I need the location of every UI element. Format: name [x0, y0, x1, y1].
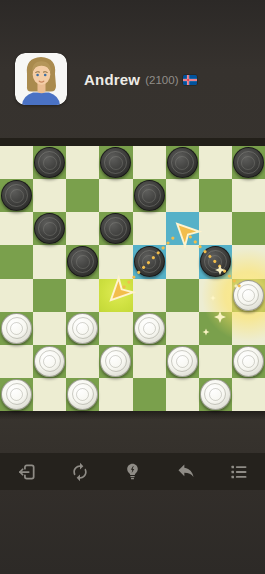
square-2-5[interactable]	[166, 212, 199, 245]
square-4-0[interactable]	[0, 279, 33, 312]
square-2-7[interactable]	[232, 212, 265, 245]
player-avatar	[15, 53, 67, 105]
square-5-4[interactable]	[133, 312, 166, 345]
white-piece[interactable]	[34, 346, 65, 377]
white-piece[interactable]	[200, 379, 231, 410]
square-6-7[interactable]	[232, 345, 265, 378]
board	[0, 146, 265, 411]
black-piece[interactable]	[67, 246, 98, 277]
square-1-5[interactable]	[166, 179, 199, 212]
white-piece[interactable]	[233, 280, 264, 311]
player-rating: (2100)	[145, 74, 178, 86]
square-5-3[interactable]	[99, 312, 132, 345]
square-5-0[interactable]	[0, 312, 33, 345]
square-0-3[interactable]	[99, 146, 132, 179]
board-bottom-edge	[0, 411, 265, 420]
undo-arrow-icon	[176, 462, 196, 482]
white-piece[interactable]	[100, 346, 131, 377]
board-top-edge	[0, 138, 265, 146]
square-5-7[interactable]	[232, 312, 265, 345]
player-info: Andrew (2100)	[0, 53, 265, 106]
square-0-7[interactable]	[232, 146, 265, 179]
square-3-2[interactable]	[66, 245, 99, 278]
black-piece[interactable]	[134, 246, 165, 277]
square-0-6[interactable]	[199, 146, 232, 179]
white-piece[interactable]	[67, 379, 98, 410]
exit-button[interactable]	[0, 453, 53, 490]
undo-button[interactable]	[159, 453, 212, 490]
player-name-row: Andrew (2100)	[84, 53, 197, 105]
square-1-4[interactable]	[133, 179, 166, 212]
square-6-1[interactable]	[33, 345, 66, 378]
square-0-4[interactable]	[133, 146, 166, 179]
square-5-5[interactable]	[166, 312, 199, 345]
square-6-3[interactable]	[99, 345, 132, 378]
logout-icon	[17, 462, 37, 482]
square-5-2[interactable]	[66, 312, 99, 345]
square-0-1[interactable]	[33, 146, 66, 179]
iceland-flag-icon	[183, 75, 197, 85]
list-icon	[229, 462, 249, 482]
square-7-7[interactable]	[232, 378, 265, 411]
square-5-1[interactable]	[33, 312, 66, 345]
square-0-0[interactable]	[0, 146, 33, 179]
square-0-2[interactable]	[66, 146, 99, 179]
white-piece[interactable]	[134, 313, 165, 344]
square-4-5[interactable]	[166, 279, 199, 312]
square-3-0[interactable]	[0, 245, 33, 278]
square-4-3[interactable]	[99, 279, 132, 312]
square-2-2[interactable]	[66, 212, 99, 245]
square-6-5[interactable]	[166, 345, 199, 378]
avatar-illustration	[15, 53, 67, 105]
square-2-4[interactable]	[133, 212, 166, 245]
square-6-6[interactable]	[199, 345, 232, 378]
square-7-1[interactable]	[33, 378, 66, 411]
square-0-5[interactable]	[166, 146, 199, 179]
square-4-2[interactable]	[66, 279, 99, 312]
square-6-4[interactable]	[133, 345, 166, 378]
square-7-5[interactable]	[166, 378, 199, 411]
square-4-6[interactable]	[199, 279, 232, 312]
square-4-7[interactable]	[232, 279, 265, 312]
black-piece[interactable]	[1, 180, 32, 211]
square-2-1[interactable]	[33, 212, 66, 245]
app-screen: Andrew (2100)	[0, 0, 265, 574]
sync-icon	[70, 462, 90, 482]
black-piece[interactable]	[134, 180, 165, 211]
lightbulb-icon	[123, 462, 142, 481]
black-piece[interactable]	[167, 147, 198, 178]
white-piece[interactable]	[67, 313, 98, 344]
square-2-3[interactable]	[99, 212, 132, 245]
black-piece[interactable]	[34, 147, 65, 178]
square-3-7[interactable]	[232, 245, 265, 278]
square-3-1[interactable]	[33, 245, 66, 278]
square-4-1[interactable]	[33, 279, 66, 312]
white-piece[interactable]	[233, 346, 264, 377]
square-1-7[interactable]	[232, 179, 265, 212]
square-2-0[interactable]	[0, 212, 33, 245]
toolbar	[0, 453, 265, 490]
square-7-3[interactable]	[99, 378, 132, 411]
square-7-4[interactable]	[133, 378, 166, 411]
square-1-1[interactable]	[33, 179, 66, 212]
square-1-6[interactable]	[199, 179, 232, 212]
square-7-6[interactable]	[199, 378, 232, 411]
square-3-3[interactable]	[99, 245, 132, 278]
square-3-5[interactable]	[166, 245, 199, 278]
flip-board-button[interactable]	[53, 453, 106, 490]
menu-button[interactable]	[212, 453, 265, 490]
white-piece[interactable]	[1, 379, 32, 410]
hint-button[interactable]	[106, 453, 159, 490]
square-3-4[interactable]	[133, 245, 166, 278]
square-7-2[interactable]	[66, 378, 99, 411]
white-piece[interactable]	[167, 346, 198, 377]
square-6-0[interactable]	[0, 345, 33, 378]
square-5-6[interactable]	[199, 312, 232, 345]
square-6-2[interactable]	[66, 345, 99, 378]
square-1-3[interactable]	[99, 179, 132, 212]
square-1-0[interactable]	[0, 179, 33, 212]
white-piece[interactable]	[1, 313, 32, 344]
square-3-6[interactable]	[199, 245, 232, 278]
black-piece[interactable]	[233, 147, 264, 178]
black-piece[interactable]	[200, 246, 231, 277]
square-4-4[interactable]	[133, 279, 166, 312]
square-1-2[interactable]	[66, 179, 99, 212]
square-2-6[interactable]	[199, 212, 232, 245]
black-piece[interactable]	[34, 213, 65, 244]
black-piece[interactable]	[100, 147, 131, 178]
black-piece[interactable]	[100, 213, 131, 244]
square-7-0[interactable]	[0, 378, 33, 411]
player-name: Andrew	[84, 71, 140, 88]
